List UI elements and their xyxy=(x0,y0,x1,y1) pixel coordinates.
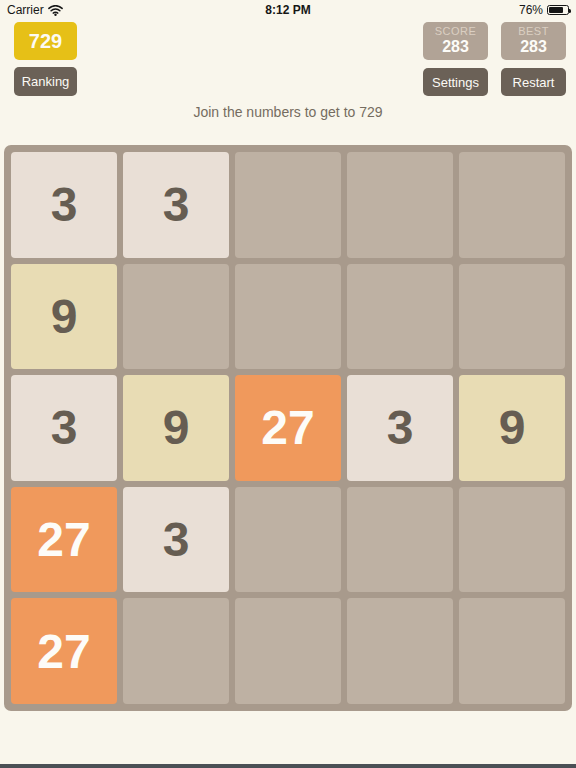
empty-cell-r5c2 xyxy=(123,598,229,704)
empty-cell-r4c3 xyxy=(235,487,341,593)
app-screen: Carrier 8:12 PM 76% 729 Ranking SCORE 28… xyxy=(0,0,576,768)
empty-cell-r2c4 xyxy=(347,264,453,370)
tile-9-r2c1: 9 xyxy=(11,264,117,370)
empty-cell-r2c5 xyxy=(459,264,565,370)
tile-3-r3c1: 3 xyxy=(11,375,117,481)
clock: 8:12 PM xyxy=(0,3,576,17)
carrier-label: Carrier xyxy=(7,3,44,17)
subtitle: Join the numbers to get to 729 xyxy=(0,104,576,120)
tile-3-r1c1: 3 xyxy=(11,152,117,258)
game-board[interactable]: 33939273927327 xyxy=(4,145,572,711)
empty-cell-r4c4 xyxy=(347,487,453,593)
goal-tile-729: 729 xyxy=(14,22,77,60)
tile-27-r5c1: 27 xyxy=(11,598,117,704)
empty-cell-r2c3 xyxy=(235,264,341,370)
restart-button[interactable]: Restart xyxy=(501,68,566,96)
empty-cell-r5c5 xyxy=(459,598,565,704)
battery-fill xyxy=(549,7,563,13)
tile-27-r4c1: 27 xyxy=(11,487,117,593)
bottom-edge-bar xyxy=(0,764,576,768)
tile-3-r4c2: 3 xyxy=(123,487,229,593)
score-label: SCORE xyxy=(435,25,477,38)
empty-cell-r1c4 xyxy=(347,152,453,258)
score-value: 283 xyxy=(442,38,469,56)
ranking-button[interactable]: Ranking xyxy=(14,67,77,96)
empty-cell-r1c3 xyxy=(235,152,341,258)
best-value: 283 xyxy=(520,38,547,56)
best-box: BEST 283 xyxy=(501,22,566,60)
battery-icon xyxy=(547,5,569,15)
empty-cell-r5c4 xyxy=(347,598,453,704)
tile-3-r3c4: 3 xyxy=(347,375,453,481)
best-label: BEST xyxy=(518,25,549,38)
battery-percent-label: 76% xyxy=(519,3,543,17)
empty-cell-r1c5 xyxy=(459,152,565,258)
settings-button[interactable]: Settings xyxy=(423,68,488,96)
empty-cell-r5c3 xyxy=(235,598,341,704)
tile-3-r1c2: 3 xyxy=(123,152,229,258)
status-bar: Carrier 8:12 PM 76% xyxy=(0,0,576,20)
score-box: SCORE 283 xyxy=(423,22,488,60)
tile-9-r3c2: 9 xyxy=(123,375,229,481)
empty-cell-r2c2 xyxy=(123,264,229,370)
empty-cell-r4c5 xyxy=(459,487,565,593)
tile-27-r3c3: 27 xyxy=(235,375,341,481)
wifi-icon xyxy=(48,5,63,16)
tile-9-r3c5: 9 xyxy=(459,375,565,481)
